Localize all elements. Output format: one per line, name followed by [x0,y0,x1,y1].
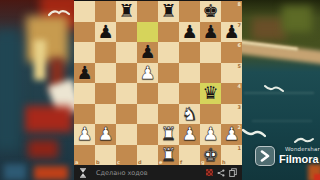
square-e4[interactable] [158,83,179,104]
paint-green-patch [282,6,312,32]
square-c1[interactable]: c [116,145,137,166]
square-h4[interactable]: 4 [221,83,242,104]
rank-label: 8 [238,1,241,7]
left-painting [0,0,75,180]
square-b4[interactable] [95,83,116,104]
square-f2[interactable]: ♟ [179,124,200,145]
black-king[interactable]: ♚ [200,1,221,22]
square-a2[interactable]: ♟ [74,124,95,145]
paint-orange-dab [34,166,68,180]
watermark-brand: Wondershare [285,147,320,153]
square-a1[interactable]: a [74,145,95,166]
square-g3[interactable] [200,104,221,125]
share-icon[interactable] [217,169,225,177]
square-f1[interactable]: f [179,145,200,166]
seagull-icon [264,82,284,94]
square-e2[interactable]: ♜ [158,124,179,145]
square-g7[interactable]: ♟ [200,22,221,43]
square-g6[interactable] [200,42,221,63]
square-h3[interactable]: 3 [221,104,242,125]
square-e6[interactable] [158,42,179,63]
square-g1[interactable]: g♚ [200,145,221,166]
square-d2[interactable] [137,124,158,145]
square-b8[interactable] [95,1,116,22]
square-b6[interactable] [95,42,116,63]
black-pawn[interactable]: ♟ [137,42,158,63]
white-pawn[interactable]: ♟ [74,124,95,145]
square-a3[interactable] [74,104,95,125]
square-c5[interactable] [116,63,137,84]
square-g4[interactable]: ♛ [200,83,221,104]
white-pawn[interactable]: ♟ [137,63,158,84]
square-e5[interactable] [158,63,179,84]
paint-water [0,30,20,150]
square-d8[interactable] [137,1,158,22]
white-king[interactable]: ♚ [200,145,221,166]
square-b3[interactable] [95,104,116,125]
seagull-icon [242,126,266,139]
square-h8[interactable]: 8 [221,1,242,22]
moves-made-label: Сделано ходов [96,169,148,177]
black-rook[interactable]: ♜ [158,1,179,22]
square-d1[interactable]: d [137,145,158,166]
white-rook[interactable]: ♜ [158,145,179,166]
paint-blue-dab [4,164,26,180]
square-b5[interactable] [95,63,116,84]
square-a7[interactable] [74,22,95,43]
square-f3[interactable]: ♞ [179,104,200,125]
chess-board: ♜♜♚8♟♟♟7♟♟6♟♟5♛4♞3♟♟♜♟♟2♟abcde♜fg♚1h [74,1,242,165]
white-knight[interactable]: ♞ [179,104,200,125]
hourglass-icon [79,168,87,178]
square-d6[interactable]: ♟ [137,42,158,63]
red-board-icon[interactable] [206,169,213,176]
square-b1[interactable]: b [95,145,116,166]
square-e3[interactable] [158,104,179,125]
square-c6[interactable] [116,42,137,63]
paint-gold-stroke [34,40,46,80]
black-pawn[interactable]: ♟ [95,22,116,43]
square-a8[interactable] [74,1,95,22]
white-pawn[interactable]: ♟ [179,124,200,145]
square-b2[interactable]: ♟ [95,124,116,145]
seagull-icon [294,136,314,146]
rank-label: 4 [238,83,241,89]
filmora-play-icon [255,146,275,166]
paint-water-reflection [28,140,58,158]
rank-label: 6 [238,42,241,48]
status-bar: Сделано ходов [74,165,242,180]
square-c7[interactable] [116,22,137,43]
square-a5[interactable]: ♟ [74,63,95,84]
square-h2[interactable]: 2♟ [221,124,242,145]
black-queen[interactable]: ♛ [200,83,221,104]
square-g2[interactable]: ♟ [200,124,221,145]
square-b7[interactable]: ♟ [95,22,116,43]
square-f8[interactable] [179,1,200,22]
square-h1[interactable]: 1h [221,145,242,166]
white-pawn[interactable]: ♟ [221,124,242,145]
black-pawn[interactable]: ♟ [200,22,221,43]
square-f5[interactable] [179,63,200,84]
square-h6[interactable]: 6 [221,42,242,63]
white-pawn[interactable]: ♟ [95,124,116,145]
black-pawn[interactable]: ♟ [221,22,242,43]
square-c2[interactable] [116,124,137,145]
square-d4[interactable] [137,83,158,104]
square-c3[interactable] [116,104,137,125]
square-d3[interactable] [137,104,158,125]
black-pawn[interactable]: ♟ [74,63,95,84]
square-c4[interactable] [116,83,137,104]
watermark-product: Filmora [279,154,320,165]
black-rook[interactable]: ♜ [116,1,137,22]
rank-label: 3 [238,104,241,110]
screenshot-stage: ♜♜♚8♟♟♟7♟♟6♟♟5♛4♞3♟♟♜♟♟2♟abcde♜fg♚1h Сде… [0,0,320,180]
square-g5[interactable] [200,63,221,84]
copy-icon[interactable] [229,168,237,177]
square-f6[interactable] [179,42,200,63]
white-rook[interactable]: ♜ [158,124,179,145]
square-e7[interactable] [158,22,179,43]
paint-red-corner [314,174,320,180]
seagull-icon [48,8,70,18]
square-g8[interactable]: ♚ [200,1,221,22]
square-a6[interactable] [74,42,95,63]
square-h7[interactable]: 7♟ [221,22,242,43]
square-c8[interactable]: ♜ [116,1,137,22]
square-h5[interactable]: 5 [221,63,242,84]
paint-gold-figures [26,16,68,62]
paint-brown-patch [252,18,286,40]
rank-label: 1 [238,145,241,151]
rank-label: 5 [238,63,241,69]
filmora-watermark: Wondershare Filmora [255,146,320,166]
chess-app-window: ♜♜♚8♟♟♟7♟♟6♟♟5♛4♞3♟♟♜♟♟2♟abcde♜fg♚1h Сде… [74,0,242,180]
square-f7[interactable]: ♟ [179,22,200,43]
black-pawn[interactable]: ♟ [179,22,200,43]
square-a4[interactable] [74,83,95,104]
paint-sea-streak [252,120,312,122]
watermark-text: Wondershare Filmora [279,147,320,165]
square-d5[interactable]: ♟ [137,63,158,84]
white-pawn[interactable]: ♟ [200,124,221,145]
paint-crimson-strokes [24,106,72,132]
square-e1[interactable]: e♜ [158,145,179,166]
square-d7[interactable] [137,22,158,43]
square-e8[interactable]: ♜ [158,1,179,22]
square-f4[interactable] [179,83,200,104]
